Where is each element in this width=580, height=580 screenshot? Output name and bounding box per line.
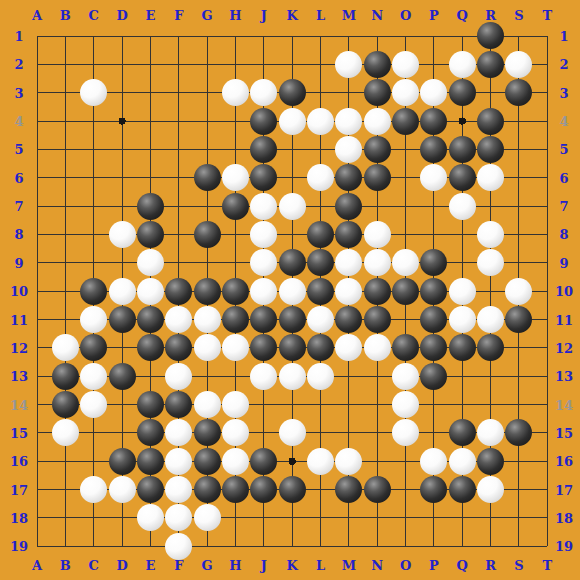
black-stone-J12 (250, 334, 277, 361)
black-stone-M6 (335, 164, 362, 191)
white-stone-J7 (250, 193, 277, 220)
black-stone-O10 (392, 278, 419, 305)
row-label-left-6: 6 (14, 171, 23, 184)
black-stone-H11 (222, 306, 249, 333)
black-stone-P5 (420, 136, 447, 163)
black-stone-K12 (279, 334, 306, 361)
black-stone-H17 (222, 476, 249, 503)
white-stone-F16 (165, 448, 192, 475)
row-label-left-13: 13 (10, 370, 28, 383)
black-stone-C12 (80, 334, 107, 361)
white-stone-H15 (222, 419, 249, 446)
white-stone-J13 (250, 363, 277, 390)
row-label-right-15: 15 (555, 426, 573, 439)
row-label-right-4: 4 (559, 115, 568, 128)
col-label-top-A: A (32, 9, 42, 22)
white-stone-M16 (335, 448, 362, 475)
black-stone-P9 (420, 249, 447, 276)
row-label-right-5: 5 (559, 143, 568, 156)
white-stone-G12 (194, 334, 221, 361)
black-stone-R12 (477, 334, 504, 361)
black-stone-D16 (109, 448, 136, 475)
black-stone-Q12 (449, 334, 476, 361)
black-stone-P13 (420, 363, 447, 390)
white-stone-N4 (364, 108, 391, 135)
row-label-left-4: 4 (14, 115, 23, 128)
white-stone-L11 (307, 306, 334, 333)
black-stone-J6 (250, 164, 277, 191)
col-label-bottom-T: T (542, 559, 552, 572)
col-label-top-M: M (342, 9, 356, 22)
col-label-top-E: E (145, 9, 155, 22)
black-stone-J5 (250, 136, 277, 163)
white-stone-M4 (335, 108, 362, 135)
black-stone-M8 (335, 221, 362, 248)
white-stone-L16 (307, 448, 334, 475)
white-stone-R6 (477, 164, 504, 191)
white-stone-C14 (80, 391, 107, 418)
col-label-bottom-R: R (485, 559, 496, 572)
black-stone-S3 (505, 79, 532, 106)
col-label-bottom-H: H (229, 559, 241, 572)
col-label-bottom-B: B (60, 559, 71, 572)
white-stone-E18 (137, 504, 164, 531)
black-stone-K17 (279, 476, 306, 503)
black-stone-S15 (505, 419, 532, 446)
black-stone-S11 (505, 306, 532, 333)
black-stone-B14 (52, 391, 79, 418)
white-stone-L13 (307, 363, 334, 390)
black-stone-L12 (307, 334, 334, 361)
black-stone-K11 (279, 306, 306, 333)
black-stone-J17 (250, 476, 277, 503)
white-stone-G18 (194, 504, 221, 531)
white-stone-F13 (165, 363, 192, 390)
white-stone-S10 (505, 278, 532, 305)
col-label-top-F: F (174, 9, 183, 22)
black-stone-J11 (250, 306, 277, 333)
white-stone-E9 (137, 249, 164, 276)
row-label-left-1: 1 (14, 30, 23, 43)
white-stone-N9 (364, 249, 391, 276)
black-stone-O12 (392, 334, 419, 361)
white-stone-O2 (392, 51, 419, 78)
col-label-top-S: S (514, 9, 523, 22)
black-stone-E8 (137, 221, 164, 248)
white-stone-M10 (335, 278, 362, 305)
black-stone-B13 (52, 363, 79, 390)
black-stone-Q6 (449, 164, 476, 191)
row-label-right-13: 13 (555, 370, 573, 383)
col-label-bottom-J: J (261, 559, 267, 572)
row-label-right-10: 10 (555, 285, 573, 298)
row-label-left-12: 12 (10, 341, 28, 354)
col-label-top-H: H (229, 9, 241, 22)
row-label-right-9: 9 (559, 256, 568, 269)
black-stone-P11 (420, 306, 447, 333)
col-label-bottom-L: L (316, 559, 325, 572)
col-label-bottom-A: A (32, 559, 42, 572)
white-stone-B12 (52, 334, 79, 361)
row-label-left-9: 9 (14, 256, 23, 269)
black-stone-R16 (477, 448, 504, 475)
white-stone-C17 (80, 476, 107, 503)
col-label-top-L: L (316, 9, 325, 22)
white-stone-Q10 (449, 278, 476, 305)
row-label-right-16: 16 (555, 455, 573, 468)
col-label-top-R: R (485, 9, 496, 22)
white-stone-C3 (80, 79, 107, 106)
black-stone-F10 (165, 278, 192, 305)
white-stone-P16 (420, 448, 447, 475)
row-label-right-12: 12 (555, 341, 573, 354)
black-stone-E7 (137, 193, 164, 220)
white-stone-F15 (165, 419, 192, 446)
col-label-bottom-E: E (145, 559, 155, 572)
row-label-left-16: 16 (10, 455, 28, 468)
black-stone-N10 (364, 278, 391, 305)
row-label-right-6: 6 (559, 171, 568, 184)
white-stone-O14 (392, 391, 419, 418)
white-stone-E10 (137, 278, 164, 305)
black-stone-R5 (477, 136, 504, 163)
black-stone-P10 (420, 278, 447, 305)
row-label-right-8: 8 (559, 228, 568, 241)
col-label-bottom-C: C (89, 559, 99, 572)
col-label-bottom-G: G (202, 559, 213, 572)
stones-layer[interactable] (23, 22, 562, 561)
row-label-left-11: 11 (10, 313, 28, 326)
white-stone-F19 (165, 533, 192, 560)
row-label-left-19: 19 (10, 540, 28, 553)
black-stone-G17 (194, 476, 221, 503)
black-stone-J16 (250, 448, 277, 475)
black-stone-E11 (137, 306, 164, 333)
row-label-right-2: 2 (559, 58, 568, 71)
col-label-bottom-P: P (429, 559, 439, 572)
white-stone-D10 (109, 278, 136, 305)
black-stone-P4 (420, 108, 447, 135)
white-stone-C13 (80, 363, 107, 390)
white-stone-O3 (392, 79, 419, 106)
col-label-top-B: B (60, 9, 71, 22)
col-label-top-T: T (542, 9, 552, 22)
col-label-top-K: K (286, 9, 297, 22)
col-label-top-P: P (429, 9, 439, 22)
col-label-top-G: G (202, 9, 213, 22)
black-stone-L9 (307, 249, 334, 276)
row-label-left-3: 3 (14, 86, 23, 99)
col-label-top-D: D (116, 9, 127, 22)
black-stone-E12 (137, 334, 164, 361)
white-stone-F11 (165, 306, 192, 333)
col-label-bottom-D: D (116, 559, 127, 572)
white-stone-D17 (109, 476, 136, 503)
white-stone-F18 (165, 504, 192, 531)
white-stone-O9 (392, 249, 419, 276)
black-stone-D11 (109, 306, 136, 333)
row-label-left-17: 17 (10, 483, 28, 496)
white-stone-M2 (335, 51, 362, 78)
col-label-bottom-F: F (174, 559, 183, 572)
row-label-right-17: 17 (555, 483, 573, 496)
black-stone-N11 (364, 306, 391, 333)
white-stone-Q7 (449, 193, 476, 220)
black-stone-Q15 (449, 419, 476, 446)
white-stone-M9 (335, 249, 362, 276)
row-label-left-14: 14 (10, 398, 28, 411)
black-stone-G15 (194, 419, 221, 446)
white-stone-Q16 (449, 448, 476, 475)
white-stone-O15 (392, 419, 419, 446)
row-label-right-11: 11 (555, 313, 573, 326)
black-stone-E14 (137, 391, 164, 418)
white-stone-G14 (194, 391, 221, 418)
col-label-bottom-O: O (400, 559, 411, 572)
white-stone-G11 (194, 306, 221, 333)
white-stone-C11 (80, 306, 107, 333)
white-stone-Q2 (449, 51, 476, 78)
black-stone-K3 (279, 79, 306, 106)
white-stone-N8 (364, 221, 391, 248)
row-label-left-5: 5 (14, 143, 23, 156)
white-stone-H12 (222, 334, 249, 361)
white-stone-N12 (364, 334, 391, 361)
col-label-top-C: C (89, 9, 99, 22)
row-label-right-1: 1 (559, 30, 568, 43)
white-stone-H3 (222, 79, 249, 106)
black-stone-Q5 (449, 136, 476, 163)
go-board[interactable]: AABBCCDDEEFFGGHHJJKKLLMMNNOOPPQQRRSSTT11… (0, 0, 580, 580)
white-stone-D8 (109, 221, 136, 248)
white-stone-R15 (477, 419, 504, 446)
black-stone-P12 (420, 334, 447, 361)
black-stone-M11 (335, 306, 362, 333)
black-stone-R2 (477, 51, 504, 78)
white-stone-R17 (477, 476, 504, 503)
black-stone-G10 (194, 278, 221, 305)
white-stone-H16 (222, 448, 249, 475)
white-stone-B15 (52, 419, 79, 446)
white-stone-J10 (250, 278, 277, 305)
row-label-right-19: 19 (555, 540, 573, 553)
black-stone-F12 (165, 334, 192, 361)
black-stone-L8 (307, 221, 334, 248)
col-label-bottom-K: K (286, 559, 297, 572)
white-stone-F17 (165, 476, 192, 503)
black-stone-E16 (137, 448, 164, 475)
black-stone-M7 (335, 193, 362, 220)
row-label-right-3: 3 (559, 86, 568, 99)
white-stone-P6 (420, 164, 447, 191)
col-label-bottom-Q: Q (457, 559, 468, 572)
row-label-left-8: 8 (14, 228, 23, 241)
row-label-right-7: 7 (559, 200, 568, 213)
black-stone-N3 (364, 79, 391, 106)
white-stone-K13 (279, 363, 306, 390)
black-stone-N17 (364, 476, 391, 503)
white-stone-Q11 (449, 306, 476, 333)
col-label-top-Q: Q (457, 9, 468, 22)
white-stone-K4 (279, 108, 306, 135)
black-stone-R4 (477, 108, 504, 135)
black-stone-M17 (335, 476, 362, 503)
row-label-left-18: 18 (10, 511, 28, 524)
black-stone-N5 (364, 136, 391, 163)
white-stone-R9 (477, 249, 504, 276)
white-stone-S2 (505, 51, 532, 78)
white-stone-H14 (222, 391, 249, 418)
white-stone-J3 (250, 79, 277, 106)
white-stone-R8 (477, 221, 504, 248)
black-stone-O4 (392, 108, 419, 135)
black-stone-N6 (364, 164, 391, 191)
black-stone-R1 (477, 22, 504, 49)
black-stone-K9 (279, 249, 306, 276)
row-label-left-7: 7 (14, 200, 23, 213)
white-stone-K15 (279, 419, 306, 446)
col-label-top-O: O (400, 9, 411, 22)
white-stone-K10 (279, 278, 306, 305)
white-stone-P3 (420, 79, 447, 106)
black-stone-G8 (194, 221, 221, 248)
white-stone-J8 (250, 221, 277, 248)
white-stone-H6 (222, 164, 249, 191)
col-label-bottom-S: S (514, 559, 523, 572)
black-stone-H7 (222, 193, 249, 220)
white-stone-O13 (392, 363, 419, 390)
col-label-top-J: J (261, 9, 267, 22)
col-label-bottom-M: M (342, 559, 356, 572)
black-stone-D13 (109, 363, 136, 390)
white-stone-M5 (335, 136, 362, 163)
row-label-left-2: 2 (14, 58, 23, 71)
white-stone-K7 (279, 193, 306, 220)
white-stone-L4 (307, 108, 334, 135)
black-stone-C10 (80, 278, 107, 305)
row-label-right-18: 18 (555, 511, 573, 524)
white-stone-J9 (250, 249, 277, 276)
black-stone-E17 (137, 476, 164, 503)
black-stone-P17 (420, 476, 447, 503)
white-stone-M12 (335, 334, 362, 361)
black-stone-G16 (194, 448, 221, 475)
col-label-top-N: N (371, 9, 383, 22)
white-stone-L6 (307, 164, 334, 191)
black-stone-E15 (137, 419, 164, 446)
black-stone-H10 (222, 278, 249, 305)
black-stone-J4 (250, 108, 277, 135)
black-stone-Q3 (449, 79, 476, 106)
black-stone-F14 (165, 391, 192, 418)
row-label-left-10: 10 (10, 285, 28, 298)
black-stone-Q17 (449, 476, 476, 503)
black-stone-N2 (364, 51, 391, 78)
col-label-bottom-N: N (371, 559, 383, 572)
row-label-left-15: 15 (10, 426, 28, 439)
black-stone-L10 (307, 278, 334, 305)
black-stone-G6 (194, 164, 221, 191)
row-label-right-14: 14 (555, 398, 573, 411)
white-stone-R11 (477, 306, 504, 333)
